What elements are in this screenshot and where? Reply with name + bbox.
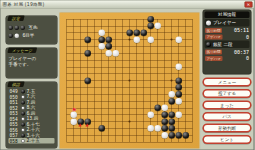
black-stone-icon <box>15 26 20 31</box>
black-stone <box>175 132 182 139</box>
star-point <box>129 39 131 41</box>
black-stone <box>140 29 147 36</box>
white-stone <box>161 105 168 112</box>
white-stone-icon <box>206 20 211 25</box>
white-stone <box>175 64 182 71</box>
title-bar: 囲碁 対局 (19路盤) ✕ <box>1 1 255 9</box>
game-window: 囲碁 対局 (19路盤) ✕ 設定 互先6目半 メッセージ プレイヤーの 手番で… <box>0 0 254 150</box>
captures-label: アゲハマ <box>205 56 222 61</box>
app-window: 囲碁 対局 (19路盤) ✕ 設定 互先6目半 メッセージ プレイヤーの 手番で… <box>0 0 254 150</box>
white-stone <box>161 132 168 139</box>
settings-row: 互先 <box>9 25 55 32</box>
black-stone <box>84 36 91 43</box>
pass-button[interactable]: パス <box>203 112 252 121</box>
black-stone-icon <box>9 34 14 39</box>
menu-button[interactable]: メニュー <box>203 78 252 87</box>
move-record-panel: 棋譜 0497.五0507.六0517.四0528.六0536.四05413.四… <box>6 82 58 149</box>
message-panel: メッセージ プレイヤーの 手番です。 <box>6 48 58 79</box>
move-number: 051 <box>10 100 20 105</box>
black-stone <box>98 36 105 43</box>
close-icon[interactable]: ✕ <box>245 2 253 8</box>
black-stone-icon <box>9 26 14 31</box>
black-stone <box>147 16 154 23</box>
move-number: 054 <box>10 116 20 121</box>
black-stone-icon <box>21 133 25 137</box>
grid-line <box>193 19 194 142</box>
game-info-panel: 対局情報 プレイヤー残り時間05:11アゲハマ0銀星 二段残り時間00:37アゲ… <box>203 10 252 75</box>
captures-label: アゲハマ <box>205 34 222 39</box>
star-point <box>171 39 173 41</box>
black-stone <box>161 125 168 132</box>
captures-value: 0 <box>246 56 249 62</box>
black-stone <box>147 23 154 30</box>
white-stone <box>70 118 77 125</box>
settings-row: 6目半 <box>9 33 55 40</box>
black-stone <box>84 77 91 84</box>
black-stone <box>168 118 175 125</box>
grid-line <box>144 19 145 142</box>
black-stone <box>182 132 189 139</box>
white-stone <box>168 91 175 98</box>
move-number: 057 <box>10 133 20 138</box>
black-stone <box>168 132 175 139</box>
black-stone <box>161 111 168 118</box>
record-panel-header: 棋譜 <box>7 82 24 88</box>
black-stone-icon <box>21 122 25 126</box>
go-board[interactable]: ⚑▲▲ <box>60 13 200 149</box>
white-stone <box>147 36 154 43</box>
move-number: 049 <box>10 89 20 94</box>
move-number: 052 <box>10 105 20 110</box>
white-stone-icon <box>21 128 25 132</box>
black-stone <box>154 105 161 112</box>
black-stone <box>175 91 182 98</box>
time-label: 残り時間 <box>205 49 222 54</box>
black-stone-icon <box>206 42 211 47</box>
hint-button[interactable]: ヒント <box>203 135 252 144</box>
settings-value: 6目半 <box>23 33 35 40</box>
black-stone <box>175 84 182 91</box>
black-stone-icon <box>21 100 25 104</box>
white-stone-icon <box>21 117 25 121</box>
white-stone <box>175 36 182 43</box>
move-record-row[interactable]: 0582.十五 <box>9 138 55 144</box>
white-stone <box>147 125 154 132</box>
black-stone-icon <box>21 111 25 115</box>
black-stone <box>105 36 112 43</box>
black-stone-icon <box>21 26 26 31</box>
star-point <box>129 121 131 123</box>
black-stone <box>84 50 91 57</box>
black-stone <box>133 29 140 36</box>
action-buttons: メニュー投了するまったパス形勢判断ヒント <box>203 78 252 145</box>
grid-line <box>67 108 193 109</box>
player-name-row: プレイヤー <box>205 19 250 27</box>
settings-value: 互先 <box>29 25 38 32</box>
move-number: 050 <box>10 94 20 99</box>
time-value: 00:37 <box>234 49 249 55</box>
white-stone-icon <box>21 139 25 143</box>
black-stone <box>168 98 175 105</box>
message-text-line2: 手番です。 <box>9 61 55 67</box>
settings-panel: 設定 互先6目半 <box>6 16 58 45</box>
time-row: 残り時間05:11 <box>205 28 249 34</box>
white-stone <box>112 50 119 57</box>
marked-stone-triangle-icon: ▲ <box>86 123 89 127</box>
undo-button[interactable]: まった <box>203 101 252 110</box>
estimate-button[interactable]: 形勢判断 <box>203 124 252 133</box>
window-title: 囲碁 対局 (19路盤) <box>3 1 45 8</box>
white-stone <box>98 43 105 50</box>
marked-stone-triangle-icon: ▲ <box>79 123 82 127</box>
white-stone <box>154 23 161 30</box>
time-label: 残り時間 <box>205 28 222 33</box>
star-point <box>171 80 173 82</box>
white-stone <box>175 111 182 118</box>
white-stone-icon <box>21 95 25 99</box>
white-stone <box>147 111 154 118</box>
black-stone <box>98 125 105 132</box>
white-stone-icon <box>15 34 20 39</box>
black-stone <box>161 118 168 125</box>
black-stone <box>175 77 182 84</box>
white-stone <box>133 36 140 43</box>
move-number: 055 <box>10 122 20 127</box>
white-stone <box>105 50 112 57</box>
captures-value: 0 <box>246 34 249 40</box>
info-panel-header: 対局情報 <box>205 12 250 19</box>
black-stone-icon <box>21 89 25 93</box>
grid-line <box>67 87 193 88</box>
white-stone <box>98 29 105 36</box>
captures-row: アゲハマ0 <box>205 56 249 62</box>
settings-panel-header: 設定 <box>7 16 24 22</box>
white-stone <box>154 125 161 132</box>
move-coordinate: 2.十五 <box>27 138 40 145</box>
last-move-flag-icon: ⚑ <box>72 107 77 113</box>
move-number: 056 <box>10 127 20 132</box>
black-stone <box>126 29 133 36</box>
time-row: 残り時間00:37 <box>205 49 249 55</box>
move-number: 053 <box>10 111 20 116</box>
resign-button[interactable]: 投了する <box>203 89 252 98</box>
black-stone <box>168 111 175 118</box>
player-name-row: 銀星 二段 <box>205 41 250 49</box>
captures-row: アゲハマ0 <box>205 34 249 40</box>
black-stone <box>105 43 112 50</box>
move-number: 058 <box>10 138 20 143</box>
black-stone <box>168 125 175 132</box>
grid-line <box>158 19 159 142</box>
player-name: プレイヤー <box>213 20 236 27</box>
grid-line <box>186 19 187 142</box>
player-name: 銀星 二段 <box>213 41 232 48</box>
star-point <box>129 80 131 82</box>
message-panel-header: メッセージ <box>7 48 37 54</box>
time-value: 05:11 <box>234 28 249 34</box>
grid-line <box>67 142 193 143</box>
white-stone <box>175 98 182 105</box>
white-stone-icon <box>21 106 25 110</box>
